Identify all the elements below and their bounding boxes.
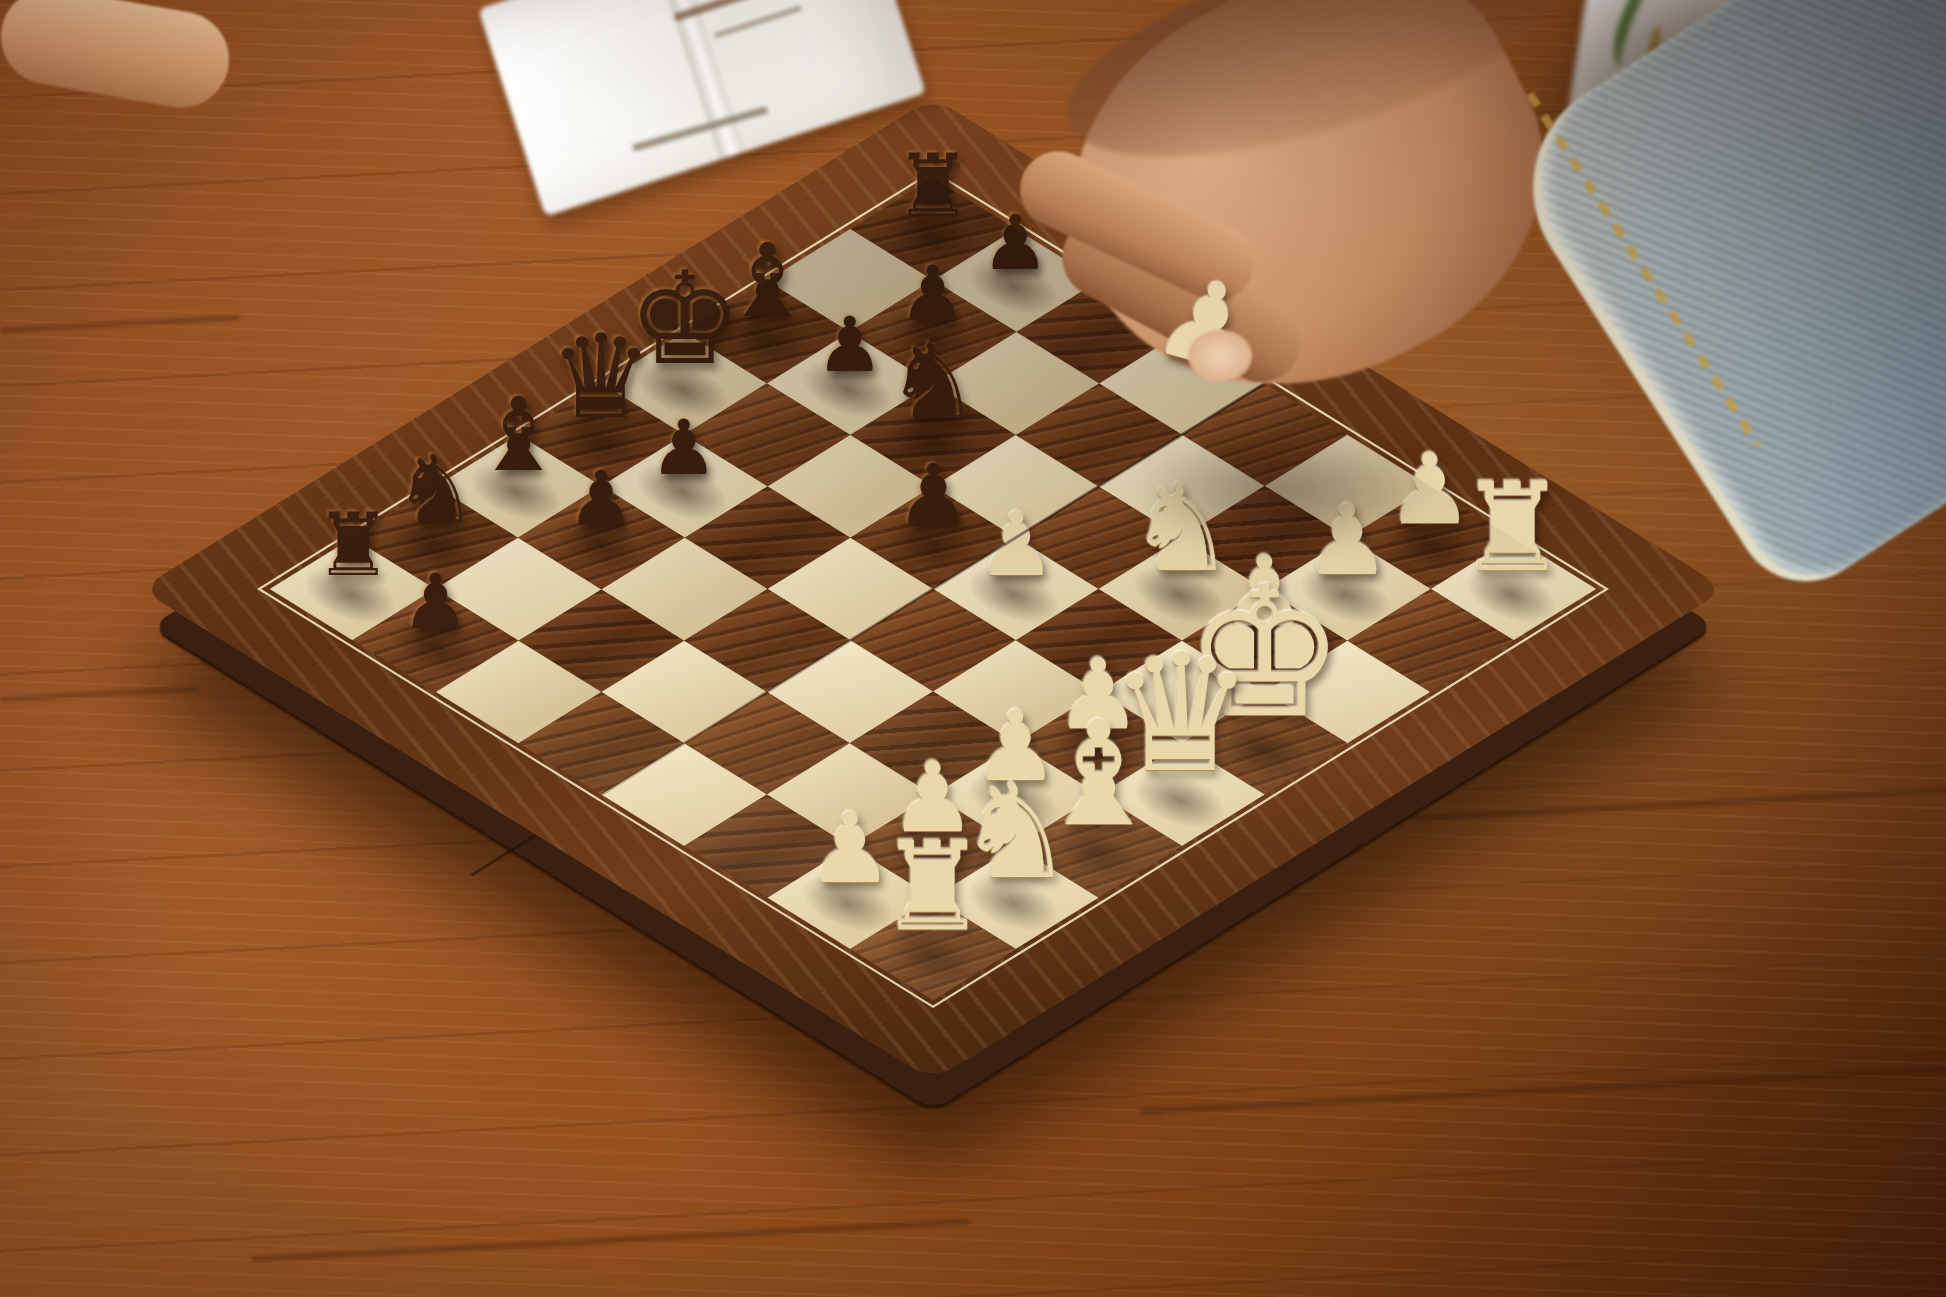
table-plank-line bbox=[0, 687, 200, 701]
black-knight-f6: ♞ bbox=[870, 311, 996, 435]
square-a1: ♜ bbox=[850, 897, 1016, 1000]
black-pawn-d7: ♟ bbox=[639, 396, 730, 486]
table-plank-line bbox=[1410, 788, 1946, 821]
black-rook-a8: ♜ bbox=[301, 486, 405, 589]
hand-cast-shadow bbox=[1130, 425, 1430, 555]
table-plank-line bbox=[1140, 1067, 1946, 1114]
thumb-nail bbox=[1188, 330, 1252, 382]
brochure-url-blur bbox=[632, 106, 769, 151]
white-rook-h1: ♜ bbox=[1440, 445, 1586, 589]
thumb bbox=[0, 0, 237, 115]
table-plank-line bbox=[0, 316, 240, 333]
black-pawn-a7: ♟ bbox=[390, 550, 481, 640]
white-rook-a1: ♜ bbox=[860, 805, 1006, 949]
table-plank-line bbox=[250, 1219, 969, 1262]
board-hinge-seam bbox=[470, 834, 538, 876]
black-pawn-c7: ♟ bbox=[556, 448, 647, 538]
brochure-text-blur bbox=[713, 5, 802, 38]
